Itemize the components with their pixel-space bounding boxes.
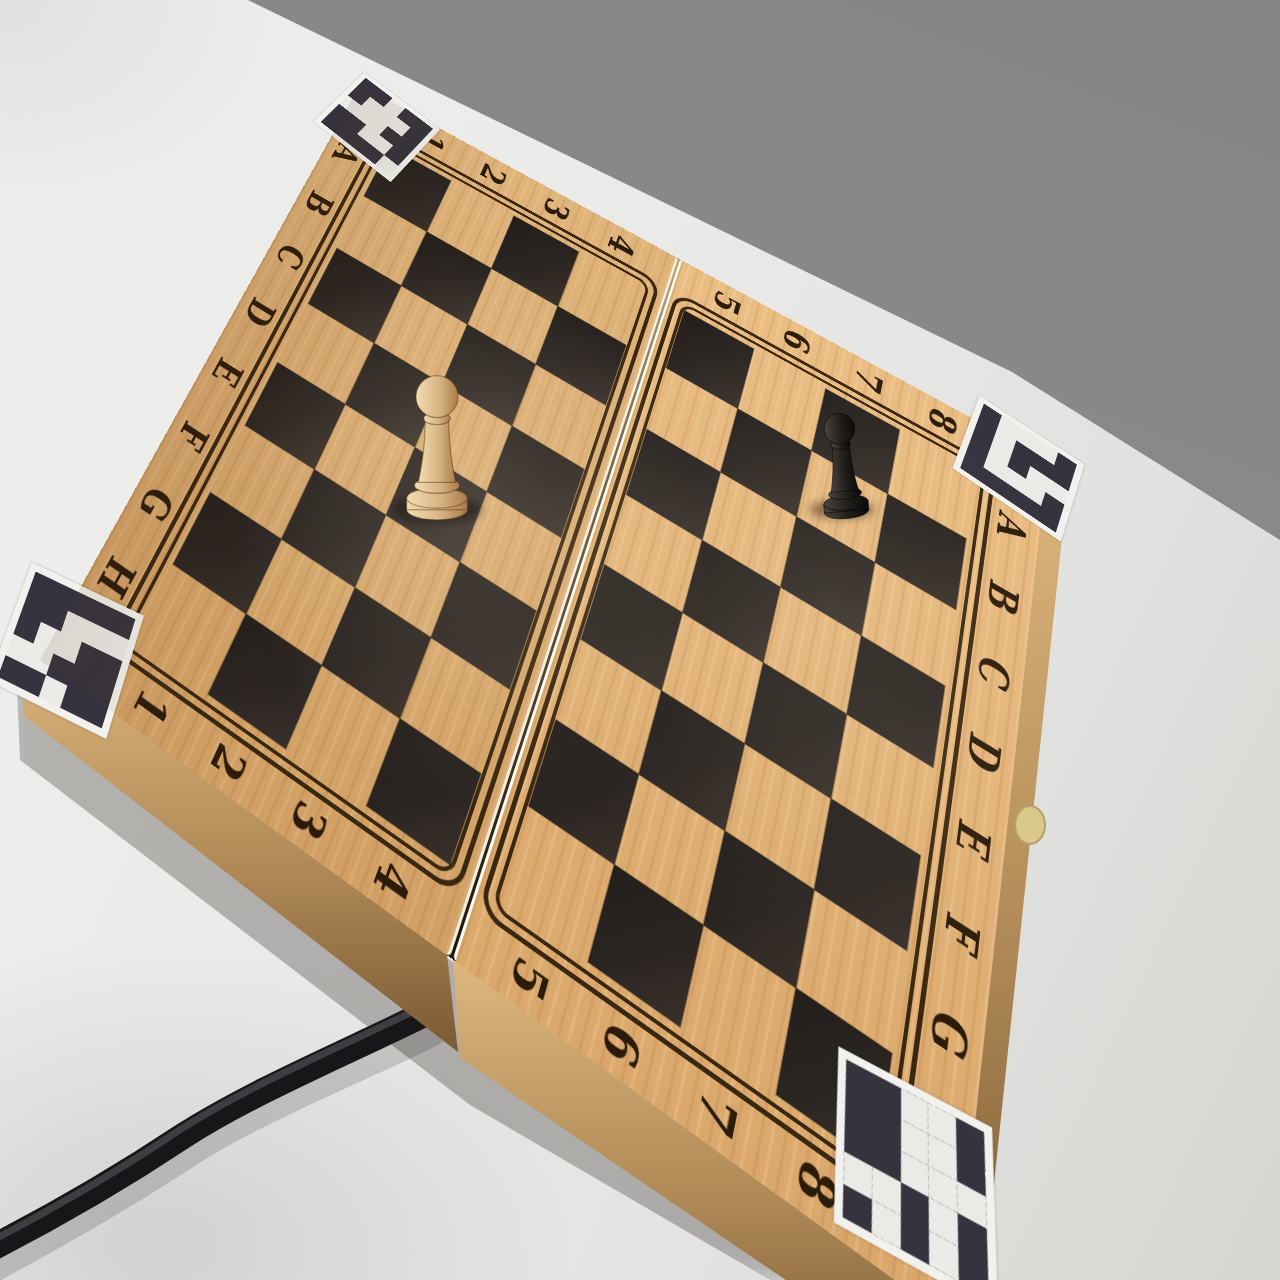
black-pawn[interactable] — [809, 405, 876, 524]
pawn-silhouette-icon — [809, 405, 876, 524]
pawn-silhouette-icon — [398, 367, 476, 523]
photo-stage: AABBCCDDEEFFGGHH1122334455667788 — [0, 0, 1280, 1280]
cable-shadow — [0, 1030, 430, 1272]
latch-knob — [1015, 806, 1045, 844]
white-pawn[interactable] — [398, 367, 476, 523]
